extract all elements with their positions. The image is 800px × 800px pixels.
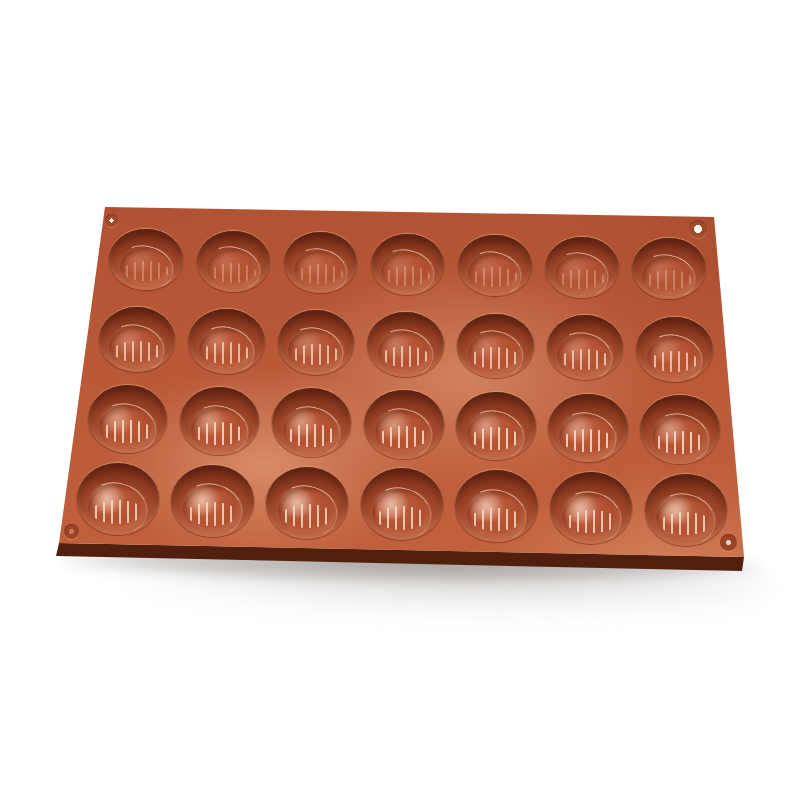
mold-cavity [548,394,628,462]
cavity-reflection-stripes [566,510,617,534]
mold-cavity [632,238,706,299]
cavity-reflection-stripes [187,502,238,526]
mold-cavity [361,468,443,540]
cavity-reflection-stripes [376,506,427,530]
cavity-reflection-stripes [385,266,431,286]
corner-hole [64,524,79,539]
mold-cavity [458,235,532,296]
cavity-reflection-stripes [559,269,605,289]
cavity-reflection-stripes [195,422,244,445]
product-photo [0,0,800,800]
mold-cavity [371,234,445,295]
mold-cavity [188,309,265,374]
cavity-reflection-stripes [471,347,519,368]
mold-cavity [180,387,260,455]
mold-cavity [645,474,727,546]
cavity-reflection-stripes [282,504,333,528]
mold-cavity [640,395,720,463]
cavity-reflection-stripes [103,420,152,443]
mold-cavity [197,231,271,292]
mold-cavity [636,317,713,382]
corner-hole [720,534,737,551]
mold-cavity [272,388,352,456]
mold-cavity [99,307,176,372]
cavity-reflection-stripes [382,346,430,367]
cavity-reflection-stripes [92,500,143,524]
mold-cavity [456,392,536,460]
cavity-reflection-stripes [203,342,251,363]
mold-cavity [278,310,355,375]
cavity-reflection-stripes [472,267,518,287]
corner-hole [689,220,707,238]
mold-cavity [457,314,534,379]
mold-cavity [367,312,444,377]
cavity-reflection-stripes [651,351,699,372]
cavity-reflection-stripes [655,431,704,454]
mold-cavity [455,470,537,542]
cavity-reflection-stripes [211,263,257,283]
cavity-reflection-stripes [563,429,612,452]
cavity-reflection-stripes [113,341,161,362]
mold-cavity [266,467,348,539]
mold-cavity [171,465,253,537]
cavity-reflection-stripes [561,349,609,370]
mold-cavity [77,463,159,535]
corner-hole [105,214,118,227]
cavity-reflection-stripes [646,270,692,290]
mold-cavity [88,385,168,453]
mold-cavity [547,315,624,380]
mold-cavity [550,472,632,544]
mold-cavity [545,237,619,298]
cavity-reflection-stripes [287,424,336,447]
mold-cavity [364,390,444,458]
